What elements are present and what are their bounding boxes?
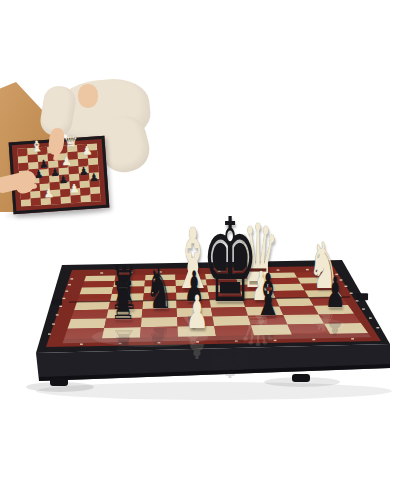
piece-reflection: ♞ xyxy=(147,323,172,348)
black-rook: ♜ xyxy=(110,275,136,327)
black-pawn: ♟ xyxy=(324,271,345,313)
inset-piece: ♟ xyxy=(58,174,69,186)
piece-reflection: ♜ xyxy=(111,333,134,356)
inset-piece: ♟ xyxy=(43,187,55,200)
product-photo: ♝♞♛♟♟♟♟♟♟♟♟♟♟♟ ♜♜♜♜♞♞♝♝♟♟♟♟♚♚♛♛♟♟♝♝♞♞♟♟ xyxy=(0,0,400,480)
inset-piece: ♟ xyxy=(61,154,73,167)
inset-piece: ♛ xyxy=(63,134,78,151)
black-king: ♚ xyxy=(201,202,258,318)
inset-piece: ♝ xyxy=(30,139,44,155)
player-neck xyxy=(78,84,98,108)
inset-piece: ♟ xyxy=(89,172,100,184)
white-pawn: ♟ xyxy=(185,289,208,335)
inset-piece: ♟ xyxy=(69,183,81,196)
piece-reflection: ♝ xyxy=(255,331,281,357)
black-knight: ♞ xyxy=(146,261,174,317)
piece-reflection: ♟ xyxy=(325,318,344,337)
black-bishop: ♝ xyxy=(254,266,283,324)
inset-piece: ♟ xyxy=(81,144,93,157)
main-pieces-layer: ♜♜♜♜♞♞♝♝♟♟♟♟♚♚♛♛♟♟♝♝♞♞♟♟ xyxy=(0,0,400,480)
